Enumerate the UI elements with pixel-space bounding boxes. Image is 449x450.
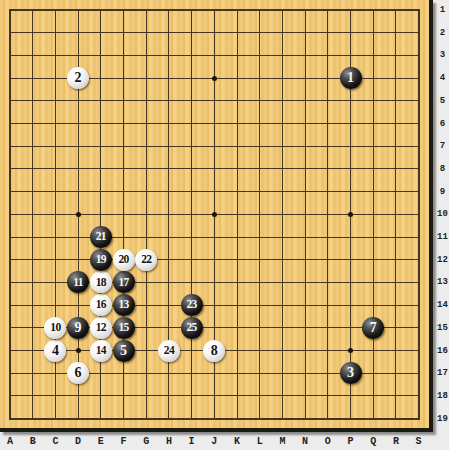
move-number: 21: [96, 231, 106, 243]
stone-white-20-F12: 20: [113, 249, 135, 271]
go-diagram: 1234567891011121314151617181920212223242…: [0, 0, 449, 450]
move-number: 24: [164, 344, 174, 356]
stone-white-22-G12: 22: [135, 249, 157, 271]
move-number: 11: [73, 276, 82, 288]
column-label-L: L: [252, 436, 268, 447]
column-label-B: B: [25, 436, 41, 447]
move-number: 5: [120, 343, 127, 357]
grid-line-vertical: [282, 9, 283, 420]
row-label-14: 14: [436, 300, 449, 310]
stone-black-3-P17: 3: [340, 362, 362, 384]
stone-black-23-I14: 23: [181, 294, 203, 316]
move-number: 14: [96, 344, 106, 356]
move-number: 7: [370, 320, 377, 334]
move-number: 8: [211, 343, 218, 357]
column-label-J: J: [206, 436, 222, 447]
move-number: 12: [96, 322, 106, 334]
grid-line-vertical: [395, 9, 396, 420]
move-number: 13: [118, 299, 128, 311]
move-number: 6: [75, 366, 82, 380]
column-label-Q: Q: [365, 436, 381, 447]
move-number: 1: [347, 71, 354, 85]
row-label-2: 2: [436, 28, 449, 38]
row-label-10: 10: [436, 209, 449, 219]
column-label-I: I: [184, 436, 200, 447]
row-label-7: 7: [436, 141, 449, 151]
row-label-18: 18: [436, 391, 449, 401]
move-number: 4: [52, 343, 59, 357]
stone-black-11-D13: 11: [67, 271, 89, 293]
star-point-D10: [76, 212, 81, 217]
column-label-C: C: [47, 436, 63, 447]
move-number: 9: [75, 320, 82, 334]
stone-black-21-E11: 21: [90, 226, 112, 248]
grid-line-horizontal: [9, 259, 420, 260]
move-number: 23: [187, 299, 197, 311]
move-number: 22: [141, 253, 151, 265]
column-label-P: P: [343, 436, 359, 447]
row-label-4: 4: [436, 73, 449, 83]
move-number: 2: [75, 71, 82, 85]
row-label-19: 19: [436, 414, 449, 424]
move-number: 17: [118, 276, 128, 288]
move-number: 16: [96, 299, 106, 311]
row-label-12: 12: [436, 255, 449, 265]
column-label-M: M: [274, 436, 290, 447]
column-label-O: O: [320, 436, 336, 447]
column-label-R: R: [388, 436, 404, 447]
row-label-8: 8: [436, 164, 449, 174]
grid-line-vertical: [327, 9, 328, 420]
stone-black-9-D15: 9: [67, 317, 89, 339]
column-label-G: G: [138, 436, 154, 447]
grid-line-horizontal: [9, 237, 420, 238]
stone-white-14-E16: 14: [90, 340, 112, 362]
stone-white-16-E14: 16: [90, 294, 112, 316]
row-label-3: 3: [436, 50, 449, 60]
stone-white-2-D4: 2: [67, 67, 89, 89]
stone-black-19-E12: 19: [90, 249, 112, 271]
row-label-6: 6: [436, 119, 449, 129]
grid-line-vertical: [237, 9, 238, 420]
column-label-D: D: [70, 436, 86, 447]
star-point-P10: [348, 212, 353, 217]
stone-black-25-I15: 25: [181, 317, 203, 339]
row-label-11: 11: [436, 232, 449, 242]
grid-line-horizontal: [9, 305, 420, 306]
stone-black-13-F14: 13: [113, 294, 135, 316]
move-number: 19: [96, 253, 106, 265]
stone-white-8-J16: 8: [203, 340, 225, 362]
star-point-P16: [348, 348, 353, 353]
move-number: 18: [96, 276, 106, 288]
column-label-K: K: [229, 436, 245, 447]
stone-white-12-E15: 12: [90, 317, 112, 339]
grid-line-vertical: [418, 9, 420, 420]
stone-white-18-E13: 18: [90, 271, 112, 293]
stone-white-10-C15: 10: [44, 317, 66, 339]
column-label-F: F: [116, 436, 132, 447]
row-label-1: 1: [436, 5, 449, 15]
stone-black-15-F15: 15: [113, 317, 135, 339]
stone-black-5-F16: 5: [113, 340, 135, 362]
star-point-J4: [212, 76, 217, 81]
stone-white-6-D17: 6: [67, 362, 89, 384]
row-label-15: 15: [436, 323, 449, 333]
grid-line-vertical: [305, 9, 306, 420]
stone-white-24-H16: 24: [158, 340, 180, 362]
stone-black-1-P4: 1: [340, 67, 362, 89]
move-number: 20: [118, 253, 128, 265]
go-board[interactable]: 1234567891011121314151617181920212223242…: [0, 0, 433, 432]
grid-line-horizontal: [9, 418, 420, 420]
column-label-H: H: [161, 436, 177, 447]
column-label-N: N: [297, 436, 313, 447]
move-number: 15: [118, 322, 128, 334]
column-label-E: E: [93, 436, 109, 447]
star-point-D16: [76, 348, 81, 353]
row-label-16: 16: [436, 346, 449, 356]
stone-black-17-F13: 17: [113, 271, 135, 293]
row-label-9: 9: [436, 187, 449, 197]
grid-line-vertical: [373, 9, 374, 420]
move-number: 25: [187, 322, 197, 334]
row-label-17: 17: [436, 368, 449, 378]
row-label-13: 13: [436, 277, 449, 287]
move-number: 3: [347, 366, 354, 380]
stone-white-4-C16: 4: [44, 340, 66, 362]
star-point-J10: [212, 212, 217, 217]
row-label-5: 5: [436, 96, 449, 106]
column-label-A: A: [2, 436, 18, 447]
grid-line-horizontal: [9, 395, 420, 396]
move-number: 10: [50, 322, 60, 334]
grid-line-vertical: [259, 9, 260, 420]
stone-black-7-Q15: 7: [362, 317, 384, 339]
column-label-S: S: [411, 436, 427, 447]
